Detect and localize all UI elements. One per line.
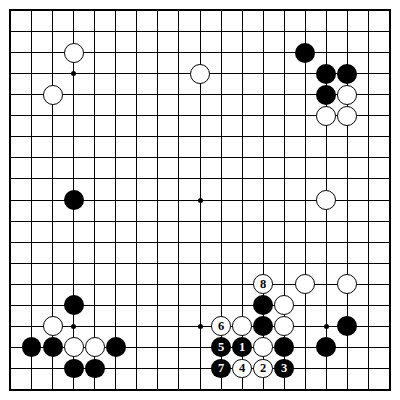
grid-line-vertical xyxy=(305,11,306,390)
grid-line-vertical xyxy=(368,11,369,390)
white-stone xyxy=(43,85,63,105)
star-point xyxy=(324,324,329,329)
black-stone xyxy=(43,337,63,357)
white-stone xyxy=(232,316,252,336)
black-stone xyxy=(64,359,84,379)
white-stone xyxy=(316,106,336,126)
grid-line-horizontal xyxy=(11,31,390,32)
grid-line-vertical xyxy=(94,11,95,390)
black-stone xyxy=(22,337,42,357)
grid-line-horizontal xyxy=(11,326,390,327)
white-stone xyxy=(274,295,294,315)
white-stone xyxy=(295,274,315,294)
black-stone xyxy=(106,337,126,357)
star-point xyxy=(71,324,76,329)
grid-line-horizontal xyxy=(11,263,390,264)
black-stone xyxy=(253,295,273,315)
white-stone xyxy=(43,316,63,336)
white-stone xyxy=(337,85,357,105)
white-stone xyxy=(190,64,210,84)
black-stone xyxy=(337,64,357,84)
move-stone-6: 6 xyxy=(211,316,231,336)
move-stone-5: 5 xyxy=(211,337,231,357)
black-stone xyxy=(295,43,315,63)
move-number: 2 xyxy=(260,362,266,375)
grid-line-vertical xyxy=(136,11,137,390)
black-stone xyxy=(316,337,336,357)
white-stone xyxy=(337,274,357,294)
black-stone xyxy=(337,316,357,336)
move-stone-8: 8 xyxy=(253,274,273,294)
black-stone xyxy=(85,359,105,379)
move-stone-4: 4 xyxy=(232,359,252,379)
star-point xyxy=(71,71,76,76)
grid-line-vertical xyxy=(31,11,32,390)
white-stone xyxy=(274,316,294,336)
move-number: 8 xyxy=(260,278,266,291)
move-stone-2: 2 xyxy=(253,359,273,379)
move-number: 6 xyxy=(218,320,224,333)
grid-line-vertical xyxy=(178,11,179,390)
go-diagram-page: 12345678 xyxy=(0,0,400,400)
go-board[interactable]: 12345678 xyxy=(0,0,400,400)
move-stone-7: 7 xyxy=(211,359,231,379)
black-stone xyxy=(316,85,336,105)
move-number: 7 xyxy=(218,362,224,375)
white-stone xyxy=(253,337,273,357)
grid-line-horizontal xyxy=(11,284,390,285)
black-stone xyxy=(64,190,84,210)
move-number: 4 xyxy=(239,362,245,375)
grid-line-vertical xyxy=(157,11,158,390)
white-stone xyxy=(316,190,336,210)
white-stone xyxy=(337,106,357,126)
white-stone xyxy=(64,337,84,357)
grid-line-horizontal xyxy=(11,242,390,243)
grid-line-vertical xyxy=(115,11,116,390)
white-stone xyxy=(85,337,105,357)
move-number: 3 xyxy=(281,362,287,375)
black-stone xyxy=(274,337,294,357)
star-point xyxy=(198,324,203,329)
black-stone xyxy=(253,316,273,336)
move-stone-3: 3 xyxy=(274,359,294,379)
grid-line-horizontal xyxy=(11,221,390,222)
move-number: 1 xyxy=(239,341,245,354)
grid-line-horizontal xyxy=(11,136,390,137)
star-point xyxy=(198,198,203,203)
move-number: 5 xyxy=(218,341,224,354)
grid-line-horizontal xyxy=(11,178,390,179)
black-stone xyxy=(64,295,84,315)
grid-line-horizontal xyxy=(11,157,390,158)
white-stone xyxy=(64,43,84,63)
move-stone-1: 1 xyxy=(232,337,252,357)
black-stone xyxy=(316,64,336,84)
